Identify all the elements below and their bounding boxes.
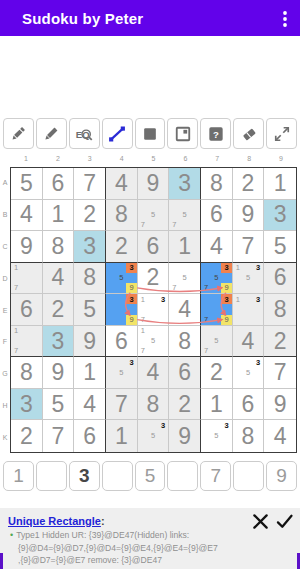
- cell-E7[interactable]: 379: [201, 294, 233, 326]
- row-label-D: D: [0, 262, 10, 294]
- cell-E9[interactable]: 8: [264, 294, 296, 326]
- fullscreen-tool[interactable]: [266, 118, 297, 149]
- cell-B9[interactable]: 3: [264, 200, 296, 232]
- candidate-E4-9: 9: [126, 315, 136, 325]
- cell-B4[interactable]: 8: [106, 200, 138, 232]
- value-K3: 6: [83, 425, 96, 448]
- value-A9: 1: [274, 172, 287, 195]
- cell-A5[interactable]: 9: [138, 168, 170, 200]
- hint-bullet: •: [10, 530, 13, 540]
- numpad-empty-2[interactable]: [36, 461, 67, 491]
- pen-icon: [8, 124, 28, 144]
- value-D5: 2: [147, 266, 160, 289]
- value-H7: 1: [210, 393, 223, 416]
- value-H3: 4: [83, 393, 96, 416]
- cell-K1[interactable]: 2: [11, 420, 43, 452]
- value-H4: 7: [115, 393, 128, 416]
- hint-title-suffix: :: [101, 515, 105, 527]
- value-B2: 1: [52, 203, 65, 226]
- candidates-B5: 57: [138, 200, 169, 231]
- row-labels: ABCDEFGHK: [0, 167, 10, 453]
- cell-F9[interactable]: 2: [264, 326, 296, 358]
- value-H6: 2: [178, 393, 191, 416]
- cell-E6[interactable]: 4: [169, 294, 201, 326]
- candidate-G8-5: 5: [243, 368, 253, 378]
- candidate-K7-5: 5: [211, 431, 221, 442]
- cell-F7[interactable]: 57: [201, 326, 233, 358]
- value-A5: 9: [147, 172, 160, 195]
- candidate-F5-7: 7: [138, 346, 148, 356]
- cell-D5[interactable]: 2: [138, 263, 170, 295]
- cell-A4[interactable]: 4: [106, 168, 138, 200]
- value-A4: 4: [115, 172, 128, 195]
- candidate-F1-1: 1: [11, 326, 21, 336]
- cell-H5[interactable]: 8: [138, 389, 170, 421]
- value-D2: 4: [52, 266, 65, 289]
- cell-D4[interactable]: 359: [106, 263, 138, 295]
- cell-D3[interactable]: 8: [74, 263, 106, 295]
- cell-H2[interactable]: 5: [43, 389, 75, 421]
- value-F2: 3: [52, 330, 65, 353]
- cell-H6[interactable]: 2: [169, 389, 201, 421]
- cell-A2[interactable]: 6: [43, 168, 75, 200]
- candidates-E7: 379: [201, 294, 232, 325]
- candidate-E7-3: 3: [221, 294, 231, 304]
- value-H1: 3: [20, 393, 33, 416]
- candidate-E8-1: 1: [233, 294, 243, 304]
- link-line-tool[interactable]: [102, 118, 133, 149]
- cell-C6[interactable]: 1: [169, 231, 201, 263]
- candidate-E7-7: 7: [201, 315, 211, 325]
- filled-square-icon: [140, 124, 160, 144]
- cell-F3[interactable]: 9: [74, 326, 106, 358]
- row-label-C: C: [0, 231, 10, 263]
- region-tool[interactable]: [167, 118, 198, 149]
- value-A1: 5: [20, 172, 33, 195]
- app-title: Sudoku by Peter: [22, 10, 143, 27]
- candidate-D7-3: 3: [221, 263, 231, 273]
- candidate-B6-5: 5: [180, 210, 190, 220]
- inner-square-icon: [173, 124, 193, 144]
- col-label-8: 8: [233, 155, 265, 165]
- value-K2: 7: [52, 425, 65, 448]
- value-E3: 5: [83, 298, 96, 321]
- value-B9: 3: [274, 203, 287, 226]
- candidate-F1-7: 7: [11, 346, 21, 356]
- value-B7: 6: [210, 203, 223, 226]
- value-G1: 8: [20, 361, 33, 384]
- value-A7: 8: [210, 172, 223, 195]
- candidates-D8: 135: [233, 263, 264, 294]
- candidates-D4: 359: [106, 263, 137, 294]
- value-F9: 2: [274, 330, 287, 353]
- candidate-F5-1: 1: [138, 326, 148, 336]
- hint-actions: [250, 511, 295, 532]
- value-A8: 2: [242, 172, 255, 195]
- candidate-E4-3: 3: [126, 294, 136, 304]
- number-pad: 13579: [3, 461, 297, 491]
- candidates-B6: 57: [169, 200, 200, 231]
- value-G2: 9: [52, 361, 65, 384]
- cell-E1[interactable]: 6: [11, 294, 43, 326]
- pencil-icon: [41, 124, 61, 144]
- candidate-D6-7: 7: [169, 283, 179, 293]
- value-D3: 8: [83, 266, 96, 289]
- cell-G4[interactable]: 35: [106, 357, 138, 389]
- candidate-G8-3: 3: [253, 357, 263, 367]
- cell-E4[interactable]: 39: [106, 294, 138, 326]
- candidate-F7-7: 7: [201, 346, 211, 356]
- value-K1: 2: [20, 425, 33, 448]
- cell-E3[interactable]: 5: [74, 294, 106, 326]
- cell-A6[interactable]: 3: [169, 168, 201, 200]
- cell-B6[interactable]: 57: [169, 200, 201, 232]
- candidates-E8: 13: [233, 294, 264, 325]
- cell-C3[interactable]: 3: [74, 231, 106, 263]
- value-H5: 8: [147, 393, 160, 416]
- col-label-6: 6: [169, 155, 201, 165]
- value-A3: 7: [83, 172, 96, 195]
- cell-G3[interactable]: 1: [74, 357, 106, 389]
- value-A6: 3: [178, 172, 191, 195]
- row-label-G: G: [0, 358, 10, 390]
- numpad-5[interactable]: 5: [135, 461, 166, 491]
- cell-H3[interactable]: 4: [74, 389, 106, 421]
- value-G5: 4: [147, 361, 160, 384]
- value-E2: 2: [52, 298, 65, 321]
- value-C3: 3: [83, 235, 96, 258]
- value-B1: 4: [20, 203, 33, 226]
- candidate-F5-5: 5: [148, 336, 158, 346]
- candidates-F7: 57: [201, 326, 232, 357]
- search-eq-tool[interactable]: EQ: [69, 118, 100, 149]
- value-K6: 9: [178, 425, 191, 448]
- cell-K8[interactable]: 8: [233, 420, 265, 452]
- value-E1: 6: [20, 298, 33, 321]
- cell-K6[interactable]: 9: [169, 420, 201, 452]
- col-label-1: 1: [10, 155, 42, 165]
- toolbar: EQ?: [3, 118, 297, 149]
- candidates-F5: 157: [138, 326, 169, 357]
- cell-F5[interactable]: 157: [138, 326, 170, 358]
- hint-line-2: {9}@D4={9}@D7,{9}@D4={9}@E4,{9}@E4={9}@E…: [18, 542, 292, 555]
- cell-E5[interactable]: 137: [138, 294, 170, 326]
- svg-text:?: ?: [213, 129, 219, 140]
- value-D9: 6: [274, 266, 287, 289]
- cell-B3[interactable]: 2: [74, 200, 106, 232]
- cell-H8[interactable]: 6: [233, 389, 265, 421]
- cell-F4[interactable]: 6: [106, 326, 138, 358]
- row-label-H: H: [0, 389, 10, 421]
- candidates-D1: 17: [11, 263, 42, 294]
- row-label-K: K: [0, 421, 10, 453]
- cell-E2[interactable]: 2: [43, 294, 75, 326]
- candidate-D7-9: 9: [221, 283, 231, 293]
- cell-C1[interactable]: 9: [11, 231, 43, 263]
- accept-hint-button[interactable]: [274, 511, 295, 532]
- reject-hint-button[interactable]: [250, 511, 271, 532]
- cell-D1[interactable]: 17: [11, 263, 43, 295]
- candidate-E5-7: 7: [138, 315, 148, 325]
- value-F8: 4: [242, 330, 255, 353]
- cell-H1[interactable]: 3: [11, 389, 43, 421]
- row-label-F: F: [0, 326, 10, 358]
- value-K8: 8: [242, 425, 255, 448]
- cell-D2[interactable]: 4: [43, 263, 75, 295]
- cell-A3[interactable]: 7: [74, 168, 106, 200]
- cell-C2[interactable]: 8: [43, 231, 75, 263]
- hint-panel: Unique Rectangle: •Type1 Hidden UR: {39}…: [0, 508, 300, 569]
- value-C7: 4: [210, 235, 223, 258]
- candidates-G4: 35: [106, 357, 137, 388]
- cell-F2[interactable]: 3: [43, 326, 75, 358]
- value-C4: 2: [115, 235, 128, 258]
- candidate-E8-3: 3: [253, 294, 263, 304]
- value-A2: 6: [52, 172, 65, 195]
- candidate-B5-5: 5: [148, 210, 158, 220]
- value-G7: 2: [210, 361, 223, 384]
- col-label-7: 7: [201, 155, 233, 165]
- hint-technique-link[interactable]: Unique Rectangle: [8, 515, 101, 527]
- cell-C8[interactable]: 7: [233, 231, 265, 263]
- cell-C5[interactable]: 6: [138, 231, 170, 263]
- candidate-D1-1: 1: [11, 263, 21, 273]
- candidate-E5-3: 3: [158, 294, 168, 304]
- candidate-K5-5: 5: [148, 431, 158, 442]
- candidate-D4-5: 5: [116, 273, 126, 283]
- value-C9: 5: [274, 235, 287, 258]
- bottom-right-accent: [297, 553, 300, 569]
- candidate-K7-3: 3: [221, 420, 231, 431]
- value-F6: 8: [178, 330, 191, 353]
- cell-D6[interactable]: 57: [169, 263, 201, 295]
- cell-K7[interactable]: 35: [201, 420, 233, 452]
- cell-B2[interactable]: 1: [43, 200, 75, 232]
- value-C6: 1: [178, 235, 191, 258]
- candidates-F1: 17: [11, 326, 42, 357]
- numpad-empty-4[interactable]: [102, 461, 133, 491]
- value-H2: 5: [52, 393, 65, 416]
- numpad-empty-8[interactable]: [233, 461, 264, 491]
- candidate-D7-7: 7: [201, 283, 211, 293]
- cell-K5[interactable]: 35: [138, 420, 170, 452]
- candidate-E7-9: 9: [221, 315, 231, 325]
- cell-B1[interactable]: 4: [11, 200, 43, 232]
- cell-K4[interactable]: 1: [106, 420, 138, 452]
- cell-A1[interactable]: 5: [11, 168, 43, 200]
- hint-line-3: ,{9}@D7={9}@E7 remove: {3}@DE47: [18, 554, 292, 567]
- col-label-9: 9: [265, 155, 297, 165]
- question-icon: ?: [206, 124, 226, 144]
- eraser-tool[interactable]: [233, 118, 264, 149]
- candidates-E5: 137: [138, 294, 169, 325]
- pencil-tool[interactable]: [36, 118, 67, 149]
- value-B4: 8: [115, 203, 128, 226]
- value-G6: 6: [178, 361, 191, 384]
- value-K4: 1: [115, 425, 128, 448]
- candidate-D8-1: 1: [233, 263, 243, 273]
- value-E6: 4: [178, 298, 191, 321]
- cell-A7[interactable]: 8: [201, 168, 233, 200]
- overflow-menu-icon[interactable]: [274, 8, 296, 30]
- candidate-D4-3: 3: [126, 263, 136, 273]
- cell-D7[interactable]: 3579: [201, 263, 233, 295]
- row-label-B: B: [0, 199, 10, 231]
- candidate-F7-5: 5: [211, 336, 221, 346]
- candidates-D7: 3579: [201, 263, 232, 294]
- column-labels: 123456789: [10, 155, 297, 165]
- value-F4: 6: [115, 330, 128, 353]
- candidate-D4-9: 9: [126, 283, 136, 293]
- col-label-4: 4: [106, 155, 138, 165]
- cell-H4[interactable]: 7: [106, 389, 138, 421]
- candidate-D6-5: 5: [180, 273, 190, 283]
- cell-K9[interactable]: 4: [264, 420, 296, 452]
- candidates-G8: 35: [233, 357, 264, 388]
- value-E9: 8: [274, 298, 287, 321]
- cell-C4[interactable]: 2: [106, 231, 138, 263]
- value-C1: 9: [20, 235, 33, 258]
- candidate-D8-5: 5: [243, 273, 253, 283]
- numpad-7[interactable]: 7: [200, 461, 231, 491]
- value-K9: 4: [274, 425, 287, 448]
- cell-A9[interactable]: 1: [264, 168, 296, 200]
- col-label-3: 3: [74, 155, 106, 165]
- candidate-D7-5: 5: [211, 273, 221, 283]
- candidates-K7: 35: [201, 420, 232, 452]
- cell-G1[interactable]: 8: [11, 357, 43, 389]
- candidate-G4-5: 5: [116, 368, 126, 378]
- cell-F1[interactable]: 17: [11, 326, 43, 358]
- sudoku-board: 5674938214128575769398326147517483592573…: [10, 167, 297, 453]
- value-C8: 7: [242, 235, 255, 258]
- cell-D9[interactable]: 6: [264, 263, 296, 295]
- link-line-icon: [107, 124, 127, 144]
- ink-pen-tool[interactable]: [3, 118, 34, 149]
- cell-F6[interactable]: 8: [169, 326, 201, 358]
- cell-C9[interactable]: 5: [264, 231, 296, 263]
- search-eq-icon: EQ: [74, 124, 94, 144]
- numpad-9[interactable]: 9: [266, 461, 297, 491]
- value-G9: 7: [274, 361, 287, 384]
- candidate-D1-7: 7: [11, 283, 21, 293]
- help-tool[interactable]: ?: [200, 118, 231, 149]
- cell-B5[interactable]: 57: [138, 200, 170, 232]
- row-label-E: E: [0, 294, 10, 326]
- cell-E8[interactable]: 13: [233, 294, 265, 326]
- col-label-2: 2: [42, 155, 74, 165]
- numpad-empty-6[interactable]: [167, 461, 198, 491]
- cell-F8[interactable]: 4: [233, 326, 265, 358]
- candidates-E4: 39: [106, 294, 137, 325]
- cell-D8[interactable]: 135: [233, 263, 265, 295]
- eraser-icon: [239, 124, 259, 144]
- cell-B8[interactable]: 9: [233, 200, 265, 232]
- cell-H9[interactable]: 9: [264, 389, 296, 421]
- cell-K3[interactable]: 6: [74, 420, 106, 452]
- value-B3: 2: [83, 203, 96, 226]
- candidate-E5-1: 1: [138, 294, 148, 304]
- cell-G9[interactable]: 7: [264, 357, 296, 389]
- numpad-1[interactable]: 1: [3, 461, 34, 491]
- row-label-A: A: [0, 167, 10, 199]
- color-fill-tool[interactable]: [135, 118, 166, 149]
- value-G3: 1: [83, 361, 96, 384]
- app-bar: Sudoku by Peter: [0, 0, 300, 36]
- candidate-D8-3: 3: [253, 263, 263, 273]
- candidate-B6-7: 7: [169, 220, 179, 230]
- cell-H7[interactable]: 1: [201, 389, 233, 421]
- expand-icon: [272, 124, 292, 144]
- cell-G6[interactable]: 6: [169, 357, 201, 389]
- value-H9: 9: [274, 393, 287, 416]
- value-F3: 9: [83, 330, 96, 353]
- cell-G8[interactable]: 35: [233, 357, 265, 389]
- candidate-B5-7: 7: [138, 220, 148, 230]
- cell-G7[interactable]: 2: [201, 357, 233, 389]
- cell-G2[interactable]: 9: [43, 357, 75, 389]
- col-label-5: 5: [138, 155, 170, 165]
- cell-K2[interactable]: 7: [43, 420, 75, 452]
- cell-A8[interactable]: 2: [233, 168, 265, 200]
- value-H8: 6: [242, 393, 255, 416]
- bottom-left-accent: [0, 553, 3, 569]
- candidate-K5-3: 3: [158, 420, 168, 431]
- candidate-G4-3: 3: [126, 357, 136, 367]
- cell-C7[interactable]: 4: [201, 231, 233, 263]
- candidates-D6: 57: [169, 263, 200, 294]
- cell-B7[interactable]: 6: [201, 200, 233, 232]
- value-B8: 9: [242, 203, 255, 226]
- numpad-3[interactable]: 3: [69, 461, 100, 491]
- candidates-K5: 35: [138, 420, 169, 452]
- cell-G5[interactable]: 4: [138, 357, 170, 389]
- value-C5: 6: [147, 235, 160, 258]
- value-C2: 8: [52, 235, 65, 258]
